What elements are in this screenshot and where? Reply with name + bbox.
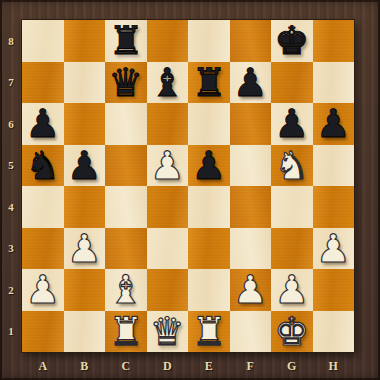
file-label-g: G: [271, 352, 313, 380]
square-f5[interactable]: [230, 145, 272, 187]
square-f6[interactable]: [230, 103, 272, 145]
square-c1[interactable]: ♜: [105, 311, 147, 353]
square-g6[interactable]: ♟: [271, 103, 313, 145]
square-f2[interactable]: ♟: [230, 269, 272, 311]
square-h3[interactable]: ♟: [313, 228, 355, 270]
black-knight[interactable]: ♞: [25, 145, 60, 187]
square-e8[interactable]: [188, 20, 230, 62]
black-pawn[interactable]: ♟: [233, 62, 268, 104]
square-g3[interactable]: [271, 228, 313, 270]
square-b5[interactable]: ♟: [64, 145, 106, 187]
chess-board: ♜♚♛♝♜♟♟♟♟♞♟♟♟♞♟♟♟♝♟♟♜♛♜♚: [22, 20, 354, 352]
square-d6[interactable]: [147, 103, 189, 145]
square-b1[interactable]: [64, 311, 106, 353]
white-rook[interactable]: ♜: [108, 311, 143, 353]
square-e7[interactable]: ♜: [188, 62, 230, 104]
rank-label-4: 4: [0, 186, 22, 228]
black-rook[interactable]: ♜: [108, 20, 143, 62]
black-queen[interactable]: ♛: [108, 62, 143, 104]
white-knight[interactable]: ♞: [274, 145, 309, 187]
square-d3[interactable]: [147, 228, 189, 270]
rank-label-3: 3: [0, 228, 22, 270]
white-pawn[interactable]: ♟: [316, 228, 351, 270]
square-g8[interactable]: ♚: [271, 20, 313, 62]
square-a6[interactable]: ♟: [22, 103, 64, 145]
square-a3[interactable]: [22, 228, 64, 270]
square-h2[interactable]: [313, 269, 355, 311]
square-e2[interactable]: [188, 269, 230, 311]
square-b3[interactable]: ♟: [64, 228, 106, 270]
square-d8[interactable]: [147, 20, 189, 62]
black-pawn[interactable]: ♟: [25, 103, 60, 145]
rank-label-5: 5: [0, 145, 22, 187]
white-rook[interactable]: ♜: [191, 311, 226, 353]
white-pawn[interactable]: ♟: [25, 269, 60, 311]
file-labels: ABCDEFGH: [22, 352, 354, 380]
square-a4[interactable]: [22, 186, 64, 228]
file-label-c: C: [105, 352, 147, 380]
square-d2[interactable]: [147, 269, 189, 311]
file-label-b: B: [64, 352, 106, 380]
square-c5[interactable]: [105, 145, 147, 187]
rank-label-8: 8: [0, 20, 22, 62]
rank-label-6: 6: [0, 103, 22, 145]
square-b6[interactable]: [64, 103, 106, 145]
square-c4[interactable]: [105, 186, 147, 228]
black-rook[interactable]: ♜: [191, 62, 226, 104]
white-king[interactable]: ♚: [274, 311, 309, 353]
file-label-a: A: [22, 352, 64, 380]
square-c3[interactable]: [105, 228, 147, 270]
square-g2[interactable]: ♟: [271, 269, 313, 311]
square-h1[interactable]: [313, 311, 355, 353]
black-king[interactable]: ♚: [274, 20, 309, 62]
file-label-f: F: [230, 352, 272, 380]
square-h8[interactable]: [313, 20, 355, 62]
white-queen[interactable]: ♛: [150, 311, 185, 353]
rank-label-1: 1: [0, 311, 22, 353]
black-bishop[interactable]: ♝: [150, 62, 185, 104]
rank-label-7: 7: [0, 62, 22, 104]
square-g7[interactable]: [271, 62, 313, 104]
square-g4[interactable]: [271, 186, 313, 228]
white-pawn[interactable]: ♟: [150, 145, 185, 187]
black-pawn[interactable]: ♟: [316, 103, 351, 145]
square-c8[interactable]: ♜: [105, 20, 147, 62]
square-e3[interactable]: [188, 228, 230, 270]
square-d7[interactable]: ♝: [147, 62, 189, 104]
square-a2[interactable]: ♟: [22, 269, 64, 311]
square-d4[interactable]: [147, 186, 189, 228]
white-pawn[interactable]: ♟: [274, 269, 309, 311]
square-g5[interactable]: ♞: [271, 145, 313, 187]
square-f3[interactable]: [230, 228, 272, 270]
square-d1[interactable]: ♛: [147, 311, 189, 353]
square-a8[interactable]: [22, 20, 64, 62]
square-e4[interactable]: [188, 186, 230, 228]
square-h6[interactable]: ♟: [313, 103, 355, 145]
square-e6[interactable]: [188, 103, 230, 145]
chess-board-frame: 87654321 ♜♚♛♝♜♟♟♟♟♞♟♟♟♞♟♟♟♝♟♟♜♛♜♚ ABCDEF…: [0, 0, 380, 380]
white-pawn[interactable]: ♟: [233, 269, 268, 311]
square-c2[interactable]: ♝: [105, 269, 147, 311]
white-pawn[interactable]: ♟: [67, 228, 102, 270]
black-pawn[interactable]: ♟: [67, 145, 102, 187]
square-a1[interactable]: [22, 311, 64, 353]
square-b7[interactable]: [64, 62, 106, 104]
square-f7[interactable]: ♟: [230, 62, 272, 104]
square-d5[interactable]: ♟: [147, 145, 189, 187]
square-h4[interactable]: [313, 186, 355, 228]
square-e1[interactable]: ♜: [188, 311, 230, 353]
black-pawn[interactable]: ♟: [191, 145, 226, 187]
square-h5[interactable]: [313, 145, 355, 187]
square-c6[interactable]: [105, 103, 147, 145]
black-pawn[interactable]: ♟: [274, 103, 309, 145]
square-e5[interactable]: ♟: [188, 145, 230, 187]
square-c7[interactable]: ♛: [105, 62, 147, 104]
square-h7[interactable]: [313, 62, 355, 104]
square-b2[interactable]: [64, 269, 106, 311]
file-label-d: D: [147, 352, 189, 380]
rank-labels: 87654321: [0, 20, 22, 352]
rank-label-2: 2: [0, 269, 22, 311]
square-f4[interactable]: [230, 186, 272, 228]
file-label-h: H: [313, 352, 355, 380]
white-bishop[interactable]: ♝: [108, 269, 143, 311]
square-f8[interactable]: [230, 20, 272, 62]
square-b8[interactable]: [64, 20, 106, 62]
square-g1[interactable]: ♚: [271, 311, 313, 353]
file-label-e: E: [188, 352, 230, 380]
square-b4[interactable]: [64, 186, 106, 228]
square-a7[interactable]: [22, 62, 64, 104]
square-a5[interactable]: ♞: [22, 145, 64, 187]
square-f1[interactable]: [230, 311, 272, 353]
